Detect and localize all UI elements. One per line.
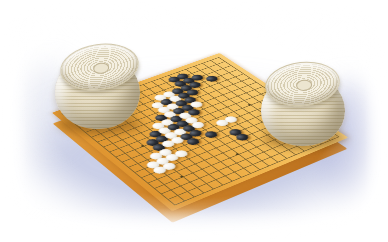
right-bowl-lid-knob <box>295 79 312 92</box>
left-bowl-lid-knob <box>92 61 109 74</box>
go-scene-photo <box>0 0 388 242</box>
